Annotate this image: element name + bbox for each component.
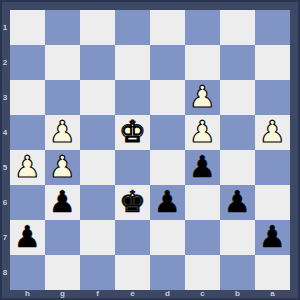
- square-e4[interactable]: ♚: [115, 115, 150, 150]
- square-b2[interactable]: [220, 45, 255, 80]
- square-f1[interactable]: [80, 10, 115, 45]
- square-a6[interactable]: [255, 185, 290, 220]
- white-pawn-c4[interactable]: ♟: [185, 115, 220, 150]
- square-f6[interactable]: [80, 185, 115, 220]
- white-king-e4[interactable]: ♚: [115, 115, 150, 150]
- square-b5[interactable]: [220, 150, 255, 185]
- white-pawn-a4[interactable]: ♟: [255, 115, 290, 150]
- chess-board[interactable]: ♟♟♚♟♟♟♟♟♟♚♟♟♟♟: [10, 10, 290, 290]
- square-c1[interactable]: [185, 10, 220, 45]
- square-c8[interactable]: [185, 255, 220, 290]
- file-label-d: d: [150, 289, 185, 300]
- square-a4[interactable]: ♟: [255, 115, 290, 150]
- square-c7[interactable]: [185, 220, 220, 255]
- file-label-e: e: [115, 289, 150, 300]
- square-b6[interactable]: ♟: [220, 185, 255, 220]
- square-e2[interactable]: [115, 45, 150, 80]
- file-label-a: a: [255, 289, 290, 300]
- square-d4[interactable]: [150, 115, 185, 150]
- square-f8[interactable]: [80, 255, 115, 290]
- black-king-e6[interactable]: ♚: [115, 185, 150, 220]
- rank-labels: 12345678: [0, 10, 10, 290]
- square-g7[interactable]: [45, 220, 80, 255]
- square-h1[interactable]: [10, 10, 45, 45]
- square-c3[interactable]: ♟: [185, 80, 220, 115]
- square-e5[interactable]: [115, 150, 150, 185]
- black-pawn-c5[interactable]: ♟: [185, 150, 220, 185]
- square-g3[interactable]: [45, 80, 80, 115]
- square-g6[interactable]: ♟: [45, 185, 80, 220]
- square-c2[interactable]: [185, 45, 220, 80]
- square-b8[interactable]: [220, 255, 255, 290]
- square-f7[interactable]: [80, 220, 115, 255]
- square-c5[interactable]: ♟: [185, 150, 220, 185]
- rank-label-7: 7: [0, 220, 10, 255]
- square-g8[interactable]: [45, 255, 80, 290]
- square-f4[interactable]: [80, 115, 115, 150]
- square-a5[interactable]: [255, 150, 290, 185]
- black-pawn-b6[interactable]: ♟: [220, 185, 255, 220]
- white-pawn-g5[interactable]: ♟: [45, 150, 80, 185]
- square-h3[interactable]: [10, 80, 45, 115]
- square-f2[interactable]: [80, 45, 115, 80]
- black-pawn-h7[interactable]: ♟: [10, 220, 45, 255]
- square-h7[interactable]: ♟: [10, 220, 45, 255]
- square-d1[interactable]: [150, 10, 185, 45]
- black-pawn-a7[interactable]: ♟: [255, 220, 290, 255]
- square-d6[interactable]: ♟: [150, 185, 185, 220]
- square-d2[interactable]: [150, 45, 185, 80]
- file-labels: hgfedcba: [10, 289, 290, 300]
- square-c6[interactable]: [185, 185, 220, 220]
- square-b3[interactable]: [220, 80, 255, 115]
- square-c4[interactable]: ♟: [185, 115, 220, 150]
- square-d5[interactable]: [150, 150, 185, 185]
- square-d8[interactable]: [150, 255, 185, 290]
- square-h5[interactable]: ♟: [10, 150, 45, 185]
- file-label-c: c: [185, 289, 220, 300]
- square-f3[interactable]: [80, 80, 115, 115]
- square-e3[interactable]: [115, 80, 150, 115]
- rank-label-3: 3: [0, 80, 10, 115]
- square-b4[interactable]: [220, 115, 255, 150]
- white-pawn-g4[interactable]: ♟: [45, 115, 80, 150]
- square-a2[interactable]: [255, 45, 290, 80]
- square-g5[interactable]: ♟: [45, 150, 80, 185]
- square-e7[interactable]: [115, 220, 150, 255]
- black-pawn-d6[interactable]: ♟: [150, 185, 185, 220]
- square-a8[interactable]: [255, 255, 290, 290]
- square-h8[interactable]: [10, 255, 45, 290]
- chess-board-frame: 12345678 ♟♟♚♟♟♟♟♟♟♚♟♟♟♟ hgfedcba: [0, 0, 300, 300]
- rank-label-4: 4: [0, 115, 10, 150]
- square-a1[interactable]: [255, 10, 290, 45]
- square-f5[interactable]: [80, 150, 115, 185]
- white-pawn-c3[interactable]: ♟: [185, 80, 220, 115]
- square-g2[interactable]: [45, 45, 80, 80]
- square-h4[interactable]: [10, 115, 45, 150]
- file-label-g: g: [45, 289, 80, 300]
- square-b1[interactable]: [220, 10, 255, 45]
- file-label-f: f: [80, 289, 115, 300]
- rank-label-2: 2: [0, 45, 10, 80]
- square-e6[interactable]: ♚: [115, 185, 150, 220]
- white-pawn-h5[interactable]: ♟: [10, 150, 45, 185]
- square-h2[interactable]: [10, 45, 45, 80]
- square-d7[interactable]: [150, 220, 185, 255]
- square-e8[interactable]: [115, 255, 150, 290]
- square-h6[interactable]: [10, 185, 45, 220]
- square-g1[interactable]: [45, 10, 80, 45]
- square-g4[interactable]: ♟: [45, 115, 80, 150]
- rank-label-1: 1: [0, 10, 10, 45]
- square-a3[interactable]: [255, 80, 290, 115]
- file-label-h: h: [10, 289, 45, 300]
- square-a7[interactable]: ♟: [255, 220, 290, 255]
- rank-label-8: 8: [0, 255, 10, 290]
- black-pawn-g6[interactable]: ♟: [45, 185, 80, 220]
- rank-label-6: 6: [0, 185, 10, 220]
- file-label-b: b: [220, 289, 255, 300]
- square-e1[interactable]: [115, 10, 150, 45]
- square-b7[interactable]: [220, 220, 255, 255]
- rank-label-5: 5: [0, 150, 10, 185]
- square-d3[interactable]: [150, 80, 185, 115]
